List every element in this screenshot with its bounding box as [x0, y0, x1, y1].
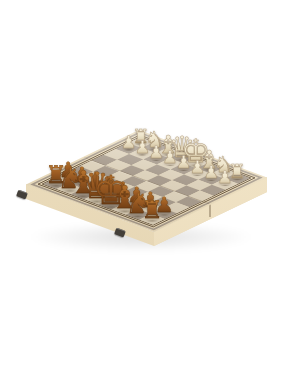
- chess-set-photo: ♜♞♝♛♚♝♞♜♟♟♟♟♟♟♟♟♟♟♟♟♟♟♟♟♜♞♝♛♚♝♞♜: [0, 0, 286, 370]
- pieces-layer: ♜♞♝♛♚♝♞♜♟♟♟♟♟♟♟♟♟♟♟♟♟♟♟♟♜♞♝♛♚♝♞♜: [0, 0, 286, 370]
- black-rook[interactable]: ♜: [141, 199, 163, 223]
- white-pawn[interactable]: ♟: [217, 170, 232, 187]
